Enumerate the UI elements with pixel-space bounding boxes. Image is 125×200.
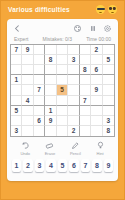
cell-r6c4[interactable] — [45, 96, 56, 106]
cell-r8c8[interactable] — [91, 116, 102, 126]
cell-r4c6[interactable] — [68, 75, 79, 85]
cell-r6c1[interactable] — [11, 96, 22, 106]
cell-r4c2[interactable] — [22, 75, 33, 85]
cell-r8c4[interactable]: 9 — [45, 116, 56, 126]
cell-r5c3[interactable]: 7 — [34, 85, 45, 95]
cell-r2c4[interactable]: 8 — [45, 55, 56, 65]
settings-button[interactable] — [103, 24, 112, 33]
numpad-key-7[interactable]: 7 — [81, 159, 91, 172]
cell-r7c3[interactable] — [34, 106, 45, 116]
hint-button[interactable]: Hint — [96, 141, 105, 156]
cell-r4c4[interactable] — [45, 75, 56, 85]
pause-icon — [89, 24, 97, 33]
sudoku-app-screen: Various difficulties — [0, 0, 125, 200]
undo-button[interactable]: Undo — [20, 141, 30, 156]
cell-r6c5[interactable] — [57, 96, 68, 106]
cell-r9c6[interactable]: 2 — [68, 126, 79, 136]
difficulty-label: Expert — [14, 36, 28, 42]
cell-r5c4[interactable] — [45, 85, 56, 95]
sunglasses-emoji-icon — [96, 5, 105, 14]
cell-r2c7[interactable] — [80, 55, 91, 65]
cell-r3c1[interactable] — [11, 65, 22, 75]
mistakes-counter: Mistakes: 0/3 — [43, 36, 72, 42]
cell-r1c5[interactable] — [57, 45, 68, 55]
cell-r9c5[interactable] — [57, 126, 68, 136]
cell-r2c6[interactable]: 3 — [68, 55, 79, 65]
cell-r9c3[interactable] — [34, 126, 45, 136]
cell-r8c6[interactable] — [68, 116, 79, 126]
pencil-icon — [71, 141, 80, 150]
cell-r3c7[interactable]: 8 — [80, 65, 91, 75]
cell-r7c7[interactable] — [80, 106, 91, 116]
cell-r6c8[interactable] — [91, 96, 102, 106]
pencil-label: Pencil — [70, 151, 81, 156]
tools-row: Undo Erase Pencil Hint — [13, 141, 112, 156]
erase-label: Erase — [45, 151, 55, 156]
lightbulb-icon — [96, 141, 105, 150]
erase-button[interactable]: Erase — [45, 141, 55, 156]
pencil-button[interactable]: Pencil — [70, 141, 81, 156]
cell-r1c1[interactable]: 7 — [11, 45, 22, 55]
cell-r1c7[interactable] — [80, 45, 91, 55]
eraser-icon — [45, 141, 54, 150]
cell-r7c4[interactable]: 1 — [45, 106, 56, 116]
cell-r2c1[interactable] — [11, 55, 22, 65]
cell-r1c3[interactable] — [34, 45, 45, 55]
timer: Time 00:00 — [86, 36, 111, 42]
undo-label: Undo — [20, 151, 30, 156]
cell-r3c8[interactable]: 6 — [91, 65, 102, 75]
cell-r7c5[interactable] — [57, 106, 68, 116]
cell-r2c8[interactable] — [91, 55, 102, 65]
cell-r1c6[interactable] — [68, 45, 79, 55]
number-pad: 123456789 — [7, 159, 118, 172]
cell-r9c7[interactable] — [80, 126, 91, 136]
cell-r3c9[interactable] — [103, 65, 114, 75]
numpad-key-4[interactable]: 4 — [46, 159, 56, 172]
chevron-left-icon — [13, 24, 22, 33]
nerd-emoji-icon — [108, 5, 117, 14]
cell-r4c7[interactable] — [80, 75, 91, 85]
cell-r3c4[interactable] — [45, 65, 56, 75]
cell-r5c2[interactable] — [22, 85, 33, 95]
cell-r3c2[interactable] — [22, 65, 33, 75]
cell-r8c2[interactable] — [22, 116, 33, 126]
cell-r2c2[interactable] — [22, 55, 33, 65]
numpad-key-1[interactable]: 1 — [12, 159, 22, 172]
cell-r9c8[interactable] — [91, 126, 102, 136]
cell-r6c2[interactable]: 4 — [22, 96, 33, 106]
cell-r3c6[interactable] — [68, 65, 79, 75]
back-button[interactable] — [13, 24, 22, 33]
cell-r7c8[interactable] — [91, 106, 102, 116]
cell-r8c1[interactable] — [11, 116, 22, 126]
cell-r6c3[interactable] — [34, 96, 45, 106]
cell-r4c3[interactable] — [34, 75, 45, 85]
cell-r5c6[interactable] — [68, 85, 79, 95]
numpad-key-5[interactable]: 5 — [58, 159, 68, 172]
cell-r5c1[interactable] — [11, 85, 22, 95]
cell-r1c9[interactable] — [103, 45, 114, 55]
cell-r7c1[interactable]: 5 — [11, 106, 22, 116]
gear-icon — [103, 24, 112, 33]
cell-r5c5[interactable]: 5 — [57, 85, 68, 95]
theme-button[interactable] — [73, 24, 82, 33]
cell-r6c7[interactable]: 7 — [80, 96, 91, 106]
hint-label: Hint — [97, 151, 104, 156]
cell-r9c1[interactable]: 3 — [11, 126, 22, 136]
cell-r8c3[interactable]: 6 — [34, 116, 45, 126]
numpad-key-3[interactable]: 3 — [35, 159, 45, 172]
sudoku-board: 7928358617594751693328 — [10, 44, 115, 137]
undo-arrow-icon — [21, 141, 30, 150]
cell-r5c9[interactable] — [103, 85, 114, 95]
page-title: Various difficulties — [8, 6, 70, 13]
cell-r1c4[interactable] — [45, 45, 56, 55]
cell-r6c9[interactable] — [103, 96, 114, 106]
cell-r4c5[interactable] — [57, 75, 68, 85]
cell-r5c7[interactable] — [80, 85, 91, 95]
cell-r2c5[interactable] — [57, 55, 68, 65]
cell-r6c6[interactable] — [68, 96, 79, 106]
cell-r5c8[interactable]: 9 — [91, 85, 102, 95]
cell-r3c3[interactable] — [34, 65, 45, 75]
cell-r9c2[interactable] — [22, 126, 33, 136]
cell-r2c9[interactable]: 5 — [103, 55, 114, 65]
cell-r7c6[interactable] — [68, 106, 79, 116]
title-emojis — [93, 5, 117, 14]
numpad-key-2[interactable]: 2 — [23, 159, 33, 172]
cell-r8c7[interactable] — [80, 116, 91, 126]
title-bar: Various difficulties — [0, 0, 125, 19]
numpad-key-6[interactable]: 6 — [69, 159, 79, 172]
cell-r4c8[interactable] — [91, 75, 102, 85]
cell-r7c2[interactable] — [22, 106, 33, 116]
cell-r1c8[interactable]: 2 — [91, 45, 102, 55]
cell-r9c4[interactable] — [45, 126, 56, 136]
cell-r9c9[interactable]: 8 — [103, 126, 114, 136]
cell-r4c1[interactable]: 1 — [11, 75, 22, 85]
numpad-key-8[interactable]: 8 — [92, 159, 102, 172]
cell-r3c5[interactable] — [57, 65, 68, 75]
cell-r1c2[interactable]: 9 — [22, 45, 33, 55]
cell-r4c9[interactable] — [103, 75, 114, 85]
cell-r2c3[interactable] — [34, 55, 45, 65]
pause-button[interactable] — [88, 24, 97, 33]
cell-r8c5[interactable] — [57, 116, 68, 126]
numpad-key-9[interactable]: 9 — [104, 159, 114, 172]
game-toolbar — [7, 22, 118, 34]
palette-icon — [73, 24, 82, 33]
cell-r8c9[interactable]: 3 — [103, 116, 114, 126]
game-card: Expert Mistakes: 0/3 Time 00:00 79283586… — [7, 19, 118, 181]
stats-row: Expert Mistakes: 0/3 Time 00:00 — [7, 36, 118, 42]
cell-r7c9[interactable] — [103, 106, 114, 116]
